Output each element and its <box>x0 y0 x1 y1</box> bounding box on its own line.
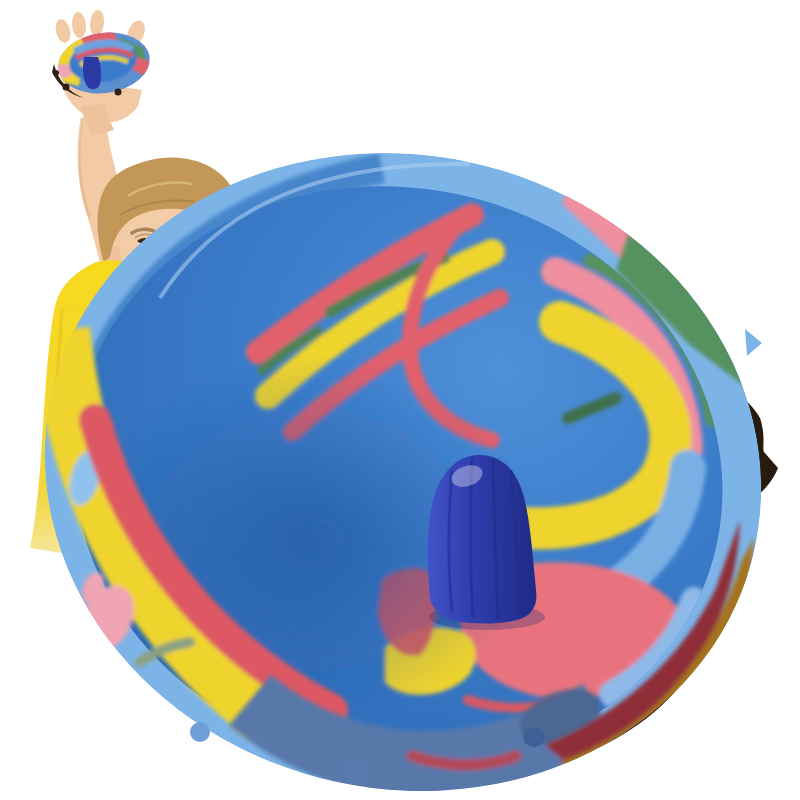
small-top-nub <box>63 84 70 91</box>
photo-canvas <box>0 0 800 800</box>
small-top-nub <box>53 70 59 76</box>
product-photo <box>0 0 800 800</box>
rim-nub <box>190 722 210 742</box>
small-top-nub <box>115 89 122 96</box>
rim-nub <box>345 761 367 783</box>
rim-nub <box>523 727 545 747</box>
